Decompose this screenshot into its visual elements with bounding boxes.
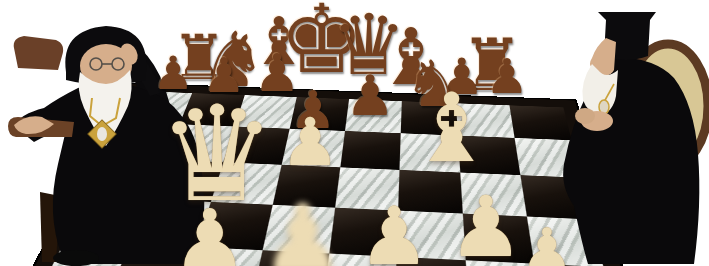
black-king-piece: ♚ <box>274 0 369 87</box>
board-square <box>322 254 396 266</box>
black-pawn-piece: ♟ <box>483 52 531 100</box>
medallion-face <box>97 127 107 141</box>
board-square <box>223 127 289 165</box>
board-square <box>455 103 514 138</box>
board-square <box>400 133 460 172</box>
board-square <box>345 99 402 133</box>
board-square <box>401 101 457 136</box>
black-rook-piece: ♜ <box>456 29 528 101</box>
right-figure-archbishop <box>552 4 709 266</box>
board-square <box>335 167 400 210</box>
board-square <box>457 136 520 175</box>
photo-composite: ♟ ♜ ♞ ♟ ♝ ♟ ♚ ♛ ♟ ♝ ♞ ♟ ♜ ♟ ♟ ♟ ♝ ♛ ♟ ♟ … <box>0 0 709 266</box>
board-square <box>262 205 335 254</box>
left-figure-patriarch <box>0 14 218 266</box>
board-square <box>340 131 401 169</box>
board-square <box>329 207 398 256</box>
black-queen-piece: ♛ <box>327 3 411 87</box>
board-square <box>251 250 330 266</box>
board-square <box>210 162 281 205</box>
folded-hands-2 <box>575 108 595 124</box>
board-square <box>272 164 340 207</box>
board-square <box>281 129 345 167</box>
board-square <box>397 210 465 260</box>
black-bishop-piece: ♝ <box>246 9 312 75</box>
shoe <box>53 250 99 266</box>
board-square <box>460 172 527 216</box>
black-pawn-piece: ♟ <box>437 52 487 102</box>
black-bishop-piece: ♝ <box>372 18 450 96</box>
board-square <box>234 95 296 129</box>
left-chair-crest <box>14 36 63 70</box>
board-square <box>398 170 462 214</box>
board-square <box>289 97 349 131</box>
board-square <box>462 213 534 263</box>
